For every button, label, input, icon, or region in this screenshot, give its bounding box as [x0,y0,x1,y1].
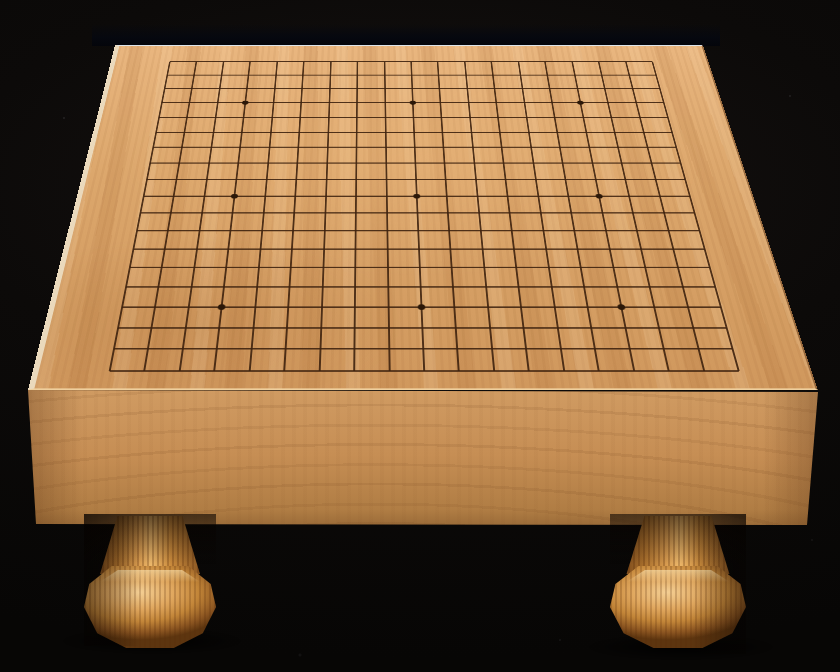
grid-hline [114,348,733,350]
leg-neck-facet [618,516,738,574]
grid-vline [544,62,600,371]
grid-vline [283,62,304,371]
hoshi-star-point [231,194,238,199]
grid-vline [464,62,495,371]
grid-vline [353,62,358,371]
grid-vline [437,62,460,371]
grid-vline [214,62,252,371]
grid-hline [140,212,694,213]
grid-hline [133,248,704,249]
leg-neck-facet [92,516,208,574]
grid-hline [130,267,710,268]
hoshi-star-point [617,304,626,310]
go-grid-19x19 [110,62,739,371]
hoshi-star-point [577,101,584,105]
grid-vline [384,62,391,371]
grid-vline [410,62,425,371]
grid-vline [518,62,565,371]
grid-hline [126,286,716,287]
hoshi-star-point [242,101,249,105]
grid-vline [109,62,171,371]
board-leg-right [610,514,746,654]
grid-hline [110,370,739,372]
grid-vline [179,62,225,371]
grid-vline [248,62,277,371]
hoshi-star-point [410,101,416,105]
grid-vline [144,62,198,371]
grid-vline [318,62,331,371]
hoshi-star-point [413,194,420,199]
hoshi-star-point [595,194,603,199]
grid-hline [118,327,727,328]
board-front-face [28,390,818,526]
board-leg-left [84,514,216,646]
photo-stage [0,0,840,672]
hoshi-star-point [418,304,426,310]
board-top-surface [28,45,818,390]
grid-hline [137,230,700,231]
grid-vline [571,62,635,371]
grid-vline [598,62,670,371]
hoshi-star-point [218,304,226,310]
